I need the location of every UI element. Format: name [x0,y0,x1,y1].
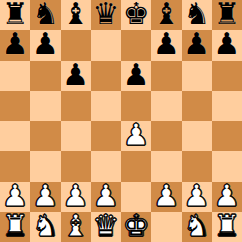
square-f4[interactable] [151,121,181,151]
square-d5[interactable] [91,91,121,121]
square-e1[interactable]: ♚ [121,212,151,242]
square-b1[interactable]: ♞ [30,212,60,242]
square-c5[interactable] [61,91,91,121]
square-f7[interactable]: ♟ [151,30,181,60]
square-b5[interactable] [30,91,60,121]
white-pawn-piece[interactable]: ♟ [123,120,150,150]
black-pawn-piece[interactable]: ♟ [153,29,180,59]
square-f2[interactable]: ♟ [151,182,181,212]
white-pawn-piece[interactable]: ♟ [213,181,240,211]
square-a1[interactable]: ♜ [0,212,30,242]
black-knight-piece[interactable]: ♞ [183,0,210,29]
white-rook-piece[interactable]: ♜ [2,211,29,241]
square-g1[interactable]: ♞ [182,212,212,242]
square-f5[interactable] [151,91,181,121]
square-a4[interactable] [0,121,30,151]
square-c1[interactable]: ♝ [61,212,91,242]
black-pawn-piece[interactable]: ♟ [62,60,89,90]
square-g5[interactable] [182,91,212,121]
black-bishop-piece[interactable]: ♝ [62,0,89,29]
square-a7[interactable]: ♟ [0,30,30,60]
white-knight-piece[interactable]: ♞ [32,211,59,241]
black-pawn-piece[interactable]: ♟ [213,29,240,59]
black-queen-piece[interactable]: ♛ [92,0,119,29]
square-d1[interactable]: ♛ [91,212,121,242]
black-knight-piece[interactable]: ♞ [32,0,59,29]
square-b7[interactable]: ♟ [30,30,60,60]
white-pawn-piece[interactable]: ♟ [2,181,29,211]
square-h4[interactable] [212,121,242,151]
square-h1[interactable]: ♜ [212,212,242,242]
white-bishop-piece[interactable]: ♝ [62,211,89,241]
white-queen-piece[interactable]: ♛ [92,211,119,241]
black-rook-piece[interactable]: ♜ [213,0,240,29]
square-a5[interactable] [0,91,30,121]
square-c4[interactable] [61,121,91,151]
square-e4[interactable]: ♟ [121,121,151,151]
square-c6[interactable]: ♟ [61,61,91,91]
white-pawn-piece[interactable]: ♟ [32,181,59,211]
white-pawn-piece[interactable]: ♟ [92,181,119,211]
square-g6[interactable] [182,61,212,91]
square-f6[interactable] [151,61,181,91]
black-pawn-piece[interactable]: ♟ [32,29,59,59]
white-rook-piece[interactable]: ♜ [213,211,240,241]
black-bishop-piece[interactable]: ♝ [153,0,180,29]
square-b4[interactable] [30,121,60,151]
square-f1[interactable] [151,212,181,242]
black-rook-piece[interactable]: ♜ [2,0,29,29]
square-h5[interactable] [212,91,242,121]
white-pawn-piece[interactable]: ♟ [183,181,210,211]
black-king-piece[interactable]: ♚ [123,0,150,29]
square-d7[interactable] [91,30,121,60]
white-pawn-piece[interactable]: ♟ [62,181,89,211]
white-knight-piece[interactable]: ♞ [183,211,210,241]
square-h6[interactable] [212,61,242,91]
white-king-piece[interactable]: ♚ [123,211,150,241]
square-d8[interactable]: ♛ [91,0,121,30]
square-a6[interactable] [0,61,30,91]
square-e8[interactable]: ♚ [121,0,151,30]
square-g4[interactable] [182,121,212,151]
square-e3[interactable] [121,151,151,181]
chess-board: ♜♞♝♛♚♝♞♜♟♟♟♟♟♟♟♟♟♟♟♟♟♟♟♜♞♝♛♚♞♜ [0,0,242,242]
black-pawn-piece[interactable]: ♟ [2,29,29,59]
square-b6[interactable] [30,61,60,91]
square-e6[interactable]: ♟ [121,61,151,91]
square-d4[interactable] [91,121,121,151]
square-g7[interactable]: ♟ [182,30,212,60]
square-c8[interactable]: ♝ [61,0,91,30]
square-h7[interactable]: ♟ [212,30,242,60]
black-pawn-piece[interactable]: ♟ [183,29,210,59]
black-pawn-piece[interactable]: ♟ [123,60,150,90]
square-d6[interactable] [91,61,121,91]
white-pawn-piece[interactable]: ♟ [153,181,180,211]
